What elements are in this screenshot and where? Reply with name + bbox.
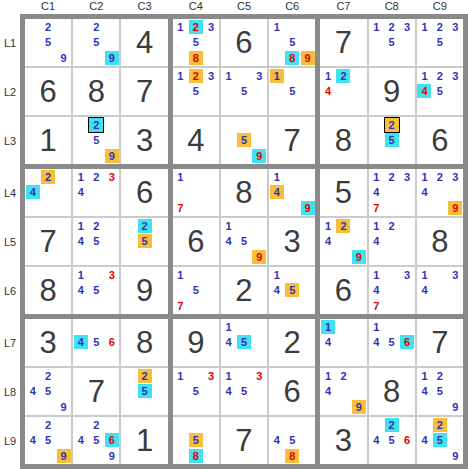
candidate-5[interactable]: 5 xyxy=(189,84,203,98)
candidate-4[interactable]: 4 xyxy=(321,234,335,248)
candidate-1[interactable]: 1 xyxy=(369,170,383,184)
candidate-4[interactable]: 4 xyxy=(321,84,335,98)
candidate-1[interactable]: 1 xyxy=(270,268,284,282)
cell-L8C6[interactable]: 6 xyxy=(269,368,315,415)
candidate-slot-2: 2 xyxy=(432,368,447,384)
cell-L9C1[interactable]: 2459 xyxy=(25,417,71,464)
row-label-L4: L4 xyxy=(0,169,20,216)
candidate-slot-1 xyxy=(173,417,188,433)
candidate-1[interactable]: 1 xyxy=(222,369,236,383)
cell-L5C4[interactable]: 6 xyxy=(173,218,219,265)
candidate-1[interactable]: 1 xyxy=(369,320,383,334)
cell-L7C3[interactable]: 8 xyxy=(121,319,167,366)
cell-L3C4[interactable]: 4 xyxy=(173,117,219,164)
candidate-grid: 24569 xyxy=(73,417,119,464)
cell-L8C3[interactable]: 25 xyxy=(121,368,167,415)
cell-L8C8[interactable]: 8 xyxy=(369,368,415,415)
cell-L5C3[interactable]: 25 xyxy=(121,218,167,265)
candidate-9[interactable]: 9 xyxy=(301,201,315,215)
candidate-2[interactable]: 2 xyxy=(433,369,447,383)
cell-L2C9[interactable]: 12345 xyxy=(417,68,463,115)
cell-L7C9[interactable]: 7 xyxy=(417,319,463,366)
candidate-4[interactable]: 4 xyxy=(369,234,383,248)
cell-L9C3[interactable]: 1 xyxy=(121,417,167,464)
cell-L7C1[interactable]: 3 xyxy=(25,319,71,366)
candidate-9[interactable]: 9 xyxy=(352,400,366,414)
candidate-grid: 15 xyxy=(269,68,315,115)
candidate-4[interactable]: 4 xyxy=(74,234,88,248)
cell-L8C2[interactable]: 7 xyxy=(73,368,119,415)
candidate-2[interactable]: 2 xyxy=(89,118,103,132)
candidate-slot-1 xyxy=(221,117,236,133)
candidate-5[interactable]: 5 xyxy=(41,35,55,49)
candidate-2[interactable]: 2 xyxy=(189,20,203,34)
cell-L2C6[interactable]: 15 xyxy=(269,68,315,115)
candidate-4[interactable]: 4 xyxy=(270,185,284,199)
candidate-9[interactable]: 9 xyxy=(352,250,366,264)
candidate-5[interactable]: 5 xyxy=(89,234,103,248)
cell-L8C7[interactable]: 1249 xyxy=(320,368,366,415)
candidate-slot-8 xyxy=(236,350,251,366)
candidate-slot-1: 1 xyxy=(417,169,432,185)
cell-L4C8[interactable]: 12347 xyxy=(369,169,415,216)
candidate-5[interactable]: 5 xyxy=(285,283,299,297)
candidate-1[interactable]: 1 xyxy=(270,20,284,34)
candidate-slot-2: 2 xyxy=(89,117,104,133)
candidate-4[interactable]: 4 xyxy=(26,433,40,447)
cell-L1C1[interactable]: 259 xyxy=(25,19,71,66)
candidate-slot-7 xyxy=(173,399,188,415)
candidate-9[interactable]: 9 xyxy=(57,51,71,65)
candidate-6[interactable]: 6 xyxy=(105,335,119,349)
cell-L7C6[interactable]: 2 xyxy=(269,319,315,366)
candidate-1[interactable]: 1 xyxy=(270,69,284,83)
candidate-1[interactable]: 1 xyxy=(74,219,88,233)
candidate-5[interactable]: 5 xyxy=(189,283,203,297)
cell-L9C7[interactable]: 3 xyxy=(320,417,366,464)
cell-L5C5[interactable]: 1459 xyxy=(221,218,267,265)
candidate-slot-9 xyxy=(104,200,119,216)
candidate-slot-2: 2 xyxy=(89,169,104,185)
candidate-5[interactable]: 5 xyxy=(89,433,103,447)
candidate-slot-3: 3 xyxy=(448,19,463,35)
candidate-slot-3 xyxy=(300,267,315,283)
cell-L3C3[interactable]: 3 xyxy=(121,117,167,164)
candidate-1[interactable]: 1 xyxy=(369,20,383,34)
candidate-1[interactable]: 1 xyxy=(222,69,236,83)
candidate-9[interactable]: 9 xyxy=(448,449,462,463)
candidate-4[interactable]: 4 xyxy=(222,335,236,349)
candidate-8[interactable]: 8 xyxy=(189,51,203,65)
cell-L2C4[interactable]: 1235 xyxy=(173,68,219,115)
candidate-4[interactable]: 4 xyxy=(369,283,383,297)
cell-L1C4[interactable]: 12358 xyxy=(173,19,219,66)
cell-L6C2[interactable]: 1345 xyxy=(73,267,119,314)
cell-L2C1[interactable]: 6 xyxy=(25,68,71,115)
candidate-2[interactable]: 2 xyxy=(41,418,55,432)
candidate-4[interactable]: 4 xyxy=(321,335,335,349)
candidate-1[interactable]: 1 xyxy=(417,268,431,282)
cell-L8C9[interactable]: 12459 xyxy=(417,368,463,415)
cell-L3C9[interactable]: 6 xyxy=(417,117,463,164)
cell-L3C6[interactable]: 7 xyxy=(269,117,315,164)
cell-L7C5[interactable]: 145 xyxy=(221,319,267,366)
candidate-4[interactable]: 4 xyxy=(74,185,88,199)
candidate-slot-6 xyxy=(252,133,267,149)
candidate-1[interactable]: 1 xyxy=(173,20,187,34)
candidate-slot-9: 9 xyxy=(56,50,71,66)
candidate-slot-8 xyxy=(188,99,203,115)
candidate-4[interactable]: 4 xyxy=(270,433,284,447)
candidate-slot-2 xyxy=(285,68,300,84)
candidate-9[interactable]: 9 xyxy=(105,149,119,163)
candidate-4[interactable]: 4 xyxy=(222,384,236,398)
candidate-4[interactable]: 4 xyxy=(26,185,40,199)
candidate-2[interactable]: 2 xyxy=(41,170,55,184)
candidate-3[interactable]: 3 xyxy=(448,268,462,282)
cell-L4C9[interactable]: 12349 xyxy=(417,169,463,216)
candidate-2[interactable]: 2 xyxy=(89,418,103,432)
candidate-slot-1: 1 xyxy=(173,267,188,283)
candidate-2[interactable]: 2 xyxy=(336,219,350,233)
candidate-5[interactable]: 5 xyxy=(89,335,103,349)
candidate-3[interactable]: 3 xyxy=(400,20,414,34)
candidate-1[interactable]: 1 xyxy=(173,69,187,83)
cell-L9C5[interactable]: 7 xyxy=(221,417,267,464)
solved-digit: 6 xyxy=(136,177,153,208)
candidate-2[interactable]: 2 xyxy=(385,170,399,184)
candidate-slot-4 xyxy=(173,283,188,299)
cell-L8C4[interactable]: 135 xyxy=(173,368,219,415)
row-label-L9: L9 xyxy=(0,417,20,464)
candidate-8[interactable]: 8 xyxy=(285,449,299,463)
candidate-1[interactable]: 1 xyxy=(417,20,431,34)
cell-L3C2[interactable]: 259 xyxy=(73,117,119,164)
candidate-6[interactable]: 6 xyxy=(105,433,119,447)
cell-L9C8[interactable]: 2456 xyxy=(369,417,415,464)
candidate-slot-2: 2 xyxy=(40,19,55,35)
candidate-6[interactable]: 6 xyxy=(400,335,414,349)
candidate-1[interactable]: 1 xyxy=(173,268,187,282)
candidate-1[interactable]: 1 xyxy=(369,219,383,233)
candidate-slot-3: 3 xyxy=(203,368,218,384)
cell-L1C9[interactable]: 1235 xyxy=(417,19,463,66)
candidate-4[interactable]: 4 xyxy=(222,234,236,248)
candidate-2[interactable]: 2 xyxy=(336,69,350,83)
candidate-5[interactable]: 5 xyxy=(41,433,55,447)
candidate-3[interactable]: 3 xyxy=(448,170,462,184)
cell-L2C5[interactable]: 135 xyxy=(221,68,267,115)
cell-L4C4[interactable]: 17 xyxy=(173,169,219,216)
candidate-1[interactable]: 1 xyxy=(417,369,431,383)
candidate-9[interactable]: 9 xyxy=(57,400,71,414)
candidate-2[interactable]: 2 xyxy=(89,20,103,34)
candidate-2[interactable]: 2 xyxy=(41,20,55,34)
candidate-1[interactable]: 1 xyxy=(321,69,335,83)
candidate-grid: 2459 xyxy=(25,368,71,415)
candidate-2[interactable]: 2 xyxy=(89,170,103,184)
candidate-slot-6 xyxy=(448,433,463,449)
candidate-7[interactable]: 7 xyxy=(173,299,187,313)
candidate-2[interactable]: 2 xyxy=(385,118,399,132)
candidate-3[interactable]: 3 xyxy=(204,20,218,34)
candidate-slot-3 xyxy=(252,218,267,234)
candidate-5[interactable]: 5 xyxy=(433,35,447,49)
candidate-5[interactable]: 5 xyxy=(189,384,203,398)
candidate-5[interactable]: 5 xyxy=(189,433,203,447)
candidate-slot-4 xyxy=(73,35,88,51)
candidate-slot-6 xyxy=(203,384,218,400)
candidate-5[interactable]: 5 xyxy=(138,384,152,398)
candidate-slot-1: 1 xyxy=(221,319,236,335)
candidate-2[interactable]: 2 xyxy=(433,418,447,432)
cell-L8C5[interactable]: 1345 xyxy=(221,368,267,415)
candidate-8[interactable]: 8 xyxy=(285,51,299,65)
cell-L1C7[interactable]: 7 xyxy=(320,19,366,66)
box-5: 1781496145931572145 xyxy=(173,169,316,314)
candidate-5[interactable]: 5 xyxy=(433,84,447,98)
candidate-9[interactable]: 9 xyxy=(448,400,462,414)
cell-L4C3[interactable]: 6 xyxy=(121,169,167,216)
cell-L6C9[interactable]: 134 xyxy=(417,267,463,314)
candidate-2[interactable]: 2 xyxy=(385,219,399,233)
candidate-3[interactable]: 3 xyxy=(448,20,462,34)
cell-L5C1[interactable]: 7 xyxy=(25,218,71,265)
candidate-8[interactable]: 8 xyxy=(189,449,203,463)
candidate-2[interactable]: 2 xyxy=(385,418,399,432)
candidate-slot-5: 5 xyxy=(137,384,152,400)
candidate-4[interactable]: 4 xyxy=(417,84,431,98)
candidate-7[interactable]: 7 xyxy=(173,201,187,215)
cell-L7C8[interactable]: 1456 xyxy=(369,319,415,366)
candidate-3[interactable]: 3 xyxy=(252,69,266,83)
candidate-1[interactable]: 1 xyxy=(369,268,383,282)
cell-L3C1[interactable]: 1 xyxy=(25,117,71,164)
candidate-grid: 149 xyxy=(269,169,315,216)
candidate-5[interactable]: 5 xyxy=(385,335,399,349)
cell-L6C6[interactable]: 145 xyxy=(269,267,315,314)
cell-L2C2[interactable]: 8 xyxy=(73,68,119,115)
candidate-5[interactable]: 5 xyxy=(285,84,299,98)
cell-L4C1[interactable]: 24 xyxy=(25,169,71,216)
cell-L6C7[interactable]: 6 xyxy=(320,267,366,314)
candidate-2[interactable]: 2 xyxy=(138,369,152,383)
candidate-slot-5: 5 xyxy=(432,433,447,449)
candidate-3[interactable]: 3 xyxy=(204,369,218,383)
candidate-9[interactable]: 9 xyxy=(252,250,266,264)
cell-L3C8[interactable]: 25 xyxy=(369,117,415,164)
candidate-4[interactable]: 4 xyxy=(321,384,335,398)
candidate-2[interactable]: 2 xyxy=(189,69,203,83)
candidate-1[interactable]: 1 xyxy=(222,219,236,233)
candidate-slot-2: 2 xyxy=(40,417,55,433)
candidate-slot-5: 5 xyxy=(285,433,300,449)
candidate-4[interactable]: 4 xyxy=(74,335,88,349)
candidate-3[interactable]: 3 xyxy=(448,69,462,83)
candidate-5[interactable]: 5 xyxy=(285,35,299,49)
candidate-slot-3 xyxy=(351,218,366,234)
candidate-1[interactable]: 1 xyxy=(173,369,187,383)
cell-L5C8[interactable]: 124 xyxy=(369,218,415,265)
cell-L1C6[interactable]: 1589 xyxy=(269,19,315,66)
candidate-slot-9: 9 xyxy=(252,148,267,164)
candidate-slot-4: 4 xyxy=(25,185,40,201)
candidate-5[interactable]: 5 xyxy=(385,35,399,49)
cell-L5C6[interactable]: 3 xyxy=(269,218,315,265)
cell-L7C4[interactable]: 9 xyxy=(173,319,219,366)
candidate-4[interactable]: 4 xyxy=(74,283,88,297)
candidate-9[interactable]: 9 xyxy=(301,51,315,65)
candidate-5[interactable]: 5 xyxy=(89,133,103,147)
candidate-slot-9 xyxy=(203,50,218,66)
candidate-4[interactable]: 4 xyxy=(74,433,88,447)
candidate-5[interactable]: 5 xyxy=(285,433,299,447)
candidate-5[interactable]: 5 xyxy=(138,234,152,248)
row-label-L5: L5 xyxy=(0,218,20,265)
cell-L6C8[interactable]: 1347 xyxy=(369,267,415,314)
cell-L6C5[interactable]: 2 xyxy=(221,267,267,314)
candidate-5[interactable]: 5 xyxy=(237,133,251,147)
cell-L1C8[interactable]: 1235 xyxy=(369,19,415,66)
candidate-7[interactable]: 7 xyxy=(369,201,383,215)
cell-L8C1[interactable]: 2459 xyxy=(25,368,71,415)
column-label-C6: C6 xyxy=(269,0,315,14)
candidate-1[interactable]: 1 xyxy=(270,170,284,184)
candidate-1[interactable]: 1 xyxy=(74,170,88,184)
candidate-slot-9: 9 xyxy=(448,200,463,216)
candidate-4[interactable]: 4 xyxy=(270,283,284,297)
candidate-5[interactable]: 5 xyxy=(237,384,251,398)
candidate-slot-3: 3 xyxy=(104,267,119,283)
candidate-5[interactable]: 5 xyxy=(385,133,399,147)
candidate-slot-6 xyxy=(351,335,366,351)
candidate-4[interactable]: 4 xyxy=(417,185,431,199)
candidate-5[interactable]: 5 xyxy=(89,35,103,49)
candidate-3[interactable]: 3 xyxy=(252,369,266,383)
cell-L4C2[interactable]: 1234 xyxy=(73,169,119,216)
candidate-5[interactable]: 5 xyxy=(89,283,103,297)
candidate-9[interactable]: 9 xyxy=(105,449,119,463)
candidate-1[interactable]: 1 xyxy=(173,170,187,184)
candidate-5[interactable]: 5 xyxy=(189,35,203,49)
cell-L9C4[interactable]: 58 xyxy=(173,417,219,464)
candidate-4[interactable]: 4 xyxy=(369,433,383,447)
candidate-3[interactable]: 3 xyxy=(400,268,414,282)
candidate-slot-6 xyxy=(252,84,267,100)
cell-L2C7[interactable]: 124 xyxy=(320,68,366,115)
solved-digit: 3 xyxy=(39,327,56,358)
candidate-5[interactable]: 5 xyxy=(237,234,251,248)
candidate-slot-7: 7 xyxy=(173,298,188,314)
candidate-5[interactable]: 5 xyxy=(237,335,251,349)
candidate-2[interactable]: 2 xyxy=(385,20,399,34)
candidate-5[interactable]: 5 xyxy=(433,384,447,398)
candidate-3[interactable]: 3 xyxy=(105,268,119,282)
candidate-slot-7 xyxy=(73,50,88,66)
cell-L2C8[interactable]: 9 xyxy=(369,68,415,115)
candidate-slot-9 xyxy=(56,200,71,216)
cell-L9C6[interactable]: 458 xyxy=(269,417,315,464)
candidate-4[interactable]: 4 xyxy=(417,433,431,447)
candidate-2[interactable]: 2 xyxy=(433,20,447,34)
candidate-2[interactable]: 2 xyxy=(433,69,447,83)
cell-L7C2[interactable]: 456 xyxy=(73,319,119,366)
cell-L4C5[interactable]: 8 xyxy=(221,169,267,216)
candidate-6[interactable]: 6 xyxy=(400,433,414,447)
cell-L6C4[interactable]: 157 xyxy=(173,267,219,314)
candidate-slot-8 xyxy=(89,350,104,366)
solved-digit: 7 xyxy=(235,425,252,456)
candidate-9[interactable]: 9 xyxy=(252,149,266,163)
candidate-1[interactable]: 1 xyxy=(321,369,335,383)
solved-digit: 8 xyxy=(431,226,448,257)
candidate-2[interactable]: 2 xyxy=(41,369,55,383)
candidate-1[interactable]: 1 xyxy=(74,268,88,282)
cell-L4C6[interactable]: 149 xyxy=(269,169,315,216)
candidate-slot-5: 5 xyxy=(89,234,104,250)
candidate-1[interactable]: 1 xyxy=(222,320,236,334)
candidate-3[interactable]: 3 xyxy=(204,69,218,83)
cell-L2C3[interactable]: 7 xyxy=(121,68,167,115)
candidate-3[interactable]: 3 xyxy=(400,170,414,184)
candidate-9[interactable]: 9 xyxy=(105,51,119,65)
cell-L5C7[interactable]: 1249 xyxy=(320,218,366,265)
candidate-slot-4: 4 xyxy=(417,384,432,400)
candidate-4[interactable]: 4 xyxy=(417,384,431,398)
candidate-1[interactable]: 1 xyxy=(321,219,335,233)
candidate-2[interactable]: 2 xyxy=(138,219,152,233)
candidate-slot-6: 6 xyxy=(104,335,119,351)
cell-L1C3[interactable]: 4 xyxy=(121,19,167,66)
cell-L9C9[interactable]: 2459 xyxy=(417,417,463,464)
candidate-slot-7 xyxy=(369,448,384,464)
candidate-4[interactable]: 4 xyxy=(369,335,383,349)
cell-L3C7[interactable]: 8 xyxy=(320,117,366,164)
candidate-5[interactable]: 5 xyxy=(237,84,251,98)
cell-L4C7[interactable]: 5 xyxy=(320,169,366,216)
candidate-4[interactable]: 4 xyxy=(369,185,383,199)
cell-L6C3[interactable]: 9 xyxy=(121,267,167,314)
cell-L1C5[interactable]: 6 xyxy=(221,19,267,66)
cell-L3C5[interactable]: 59 xyxy=(221,117,267,164)
cell-L1C2[interactable]: 259 xyxy=(73,19,119,66)
candidate-1[interactable]: 1 xyxy=(321,320,335,334)
candidate-slot-6 xyxy=(399,133,414,149)
candidate-2[interactable]: 2 xyxy=(433,170,447,184)
candidate-2[interactable]: 2 xyxy=(89,219,103,233)
candidate-slot-1: 1 xyxy=(369,218,384,234)
candidate-5[interactable]: 5 xyxy=(41,384,55,398)
candidate-7[interactable]: 7 xyxy=(369,299,383,313)
candidate-5[interactable]: 5 xyxy=(385,433,399,447)
cell-L5C2[interactable]: 1245 xyxy=(73,218,119,265)
candidate-5[interactable]: 5 xyxy=(433,433,447,447)
cell-L7C7[interactable]: 14 xyxy=(320,319,366,366)
candidate-slot-5 xyxy=(336,335,351,351)
cell-L9C2[interactable]: 24569 xyxy=(73,417,119,464)
candidate-1[interactable]: 1 xyxy=(417,69,431,83)
cell-L5C9[interactable]: 8 xyxy=(417,218,463,265)
candidate-3[interactable]: 3 xyxy=(105,170,119,184)
candidate-9[interactable]: 9 xyxy=(57,449,71,463)
cell-L6C1[interactable]: 8 xyxy=(25,267,71,314)
candidate-9[interactable]: 9 xyxy=(448,201,462,215)
candidate-slot-6: 6 xyxy=(104,433,119,449)
candidate-2[interactable]: 2 xyxy=(336,369,350,383)
candidate-4[interactable]: 4 xyxy=(26,384,40,398)
candidate-4[interactable]: 4 xyxy=(417,283,431,297)
candidate-1[interactable]: 1 xyxy=(417,170,431,184)
